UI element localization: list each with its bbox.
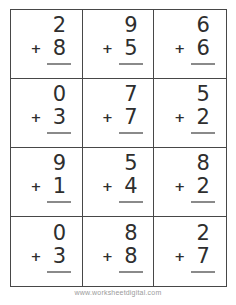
addition-problem: 2 + 7 <box>173 222 215 273</box>
plus-sign: + <box>29 110 42 125</box>
answer-blank <box>47 201 71 203</box>
answer-blank <box>191 271 215 273</box>
addend-top: 8 <box>119 222 143 245</box>
problem-cell-12: 2 + 7 <box>154 217 226 286</box>
answer-blank <box>191 201 215 203</box>
addend-bottom: 7 <box>119 106 143 129</box>
answer-blank <box>119 63 143 65</box>
answer-blank <box>119 132 143 134</box>
addition-problem: 5 + 2 <box>173 83 215 134</box>
plus-sign: + <box>173 249 186 264</box>
addend-bottom: 3 <box>47 106 71 129</box>
addition-problem: 0 + 3 <box>29 83 71 134</box>
watermark-url: www.worksheetdigital.com <box>0 289 236 296</box>
problem-cell-2: 9 + 5 <box>83 10 155 79</box>
answer-blank <box>47 271 71 273</box>
problem-cell-10: 0 + 3 <box>11 217 83 286</box>
plus-sign: + <box>101 179 114 194</box>
addition-problem: 5 + 4 <box>101 152 143 203</box>
addend-top: 5 <box>119 152 143 175</box>
addend-top: 5 <box>191 83 215 106</box>
problem-cell-5: 7 + 7 <box>83 79 155 148</box>
addition-problem: 8 + 8 <box>101 222 143 273</box>
problem-cell-7: 9 + 1 <box>11 148 83 217</box>
addend-top: 9 <box>119 14 143 37</box>
addend-top: 9 <box>47 152 71 175</box>
addend-top: 8 <box>191 152 215 175</box>
addend-bottom: 8 <box>119 245 143 268</box>
addition-problem: 0 + 3 <box>29 222 71 273</box>
plus-sign: + <box>29 179 42 194</box>
plus-sign: + <box>29 41 42 56</box>
answer-blank <box>119 201 143 203</box>
addend-bottom: 3 <box>47 245 71 268</box>
addend-top: 7 <box>119 83 143 106</box>
plus-sign: + <box>101 110 114 125</box>
addend-bottom: 2 <box>191 106 215 129</box>
addend-bottom: 8 <box>47 37 71 60</box>
problem-cell-6: 5 + 2 <box>154 79 226 148</box>
addition-problem: 6 + 6 <box>173 14 215 65</box>
answer-blank <box>191 63 215 65</box>
problem-cell-1: 2 + 8 <box>11 10 83 79</box>
addend-top: 2 <box>191 222 215 245</box>
problem-cell-3: 6 + 6 <box>154 10 226 79</box>
plus-sign: + <box>173 41 186 56</box>
addend-bottom: 5 <box>119 37 143 60</box>
problems-grid: 2 + 8 9 + 5 6 + 6 0 <box>10 9 227 287</box>
problem-cell-4: 0 + 3 <box>11 79 83 148</box>
addition-problem: 8 + 2 <box>173 152 215 203</box>
plus-sign: + <box>173 110 186 125</box>
plus-sign: + <box>173 179 186 194</box>
addend-bottom: 1 <box>47 175 71 198</box>
plus-sign: + <box>101 41 114 56</box>
addend-top: 6 <box>191 14 215 37</box>
answer-blank <box>47 132 71 134</box>
addend-top: 0 <box>47 222 71 245</box>
addend-top: 2 <box>47 14 71 37</box>
addend-bottom: 2 <box>191 175 215 198</box>
addend-bottom: 4 <box>119 175 143 198</box>
problem-cell-9: 8 + 2 <box>154 148 226 217</box>
worksheet-page: 2 + 8 9 + 5 6 + 6 0 <box>0 0 236 305</box>
addition-problem: 7 + 7 <box>101 83 143 134</box>
addition-problem: 9 + 1 <box>29 152 71 203</box>
addend-bottom: 7 <box>191 245 215 268</box>
answer-blank <box>47 63 71 65</box>
problem-cell-11: 8 + 8 <box>83 217 155 286</box>
answer-blank <box>119 271 143 273</box>
problem-cell-8: 5 + 4 <box>83 148 155 217</box>
answer-blank <box>191 132 215 134</box>
addition-problem: 9 + 5 <box>101 14 143 65</box>
addend-top: 0 <box>47 83 71 106</box>
addition-problem: 2 + 8 <box>29 14 71 65</box>
addend-bottom: 6 <box>191 37 215 60</box>
plus-sign: + <box>101 249 114 264</box>
plus-sign: + <box>29 249 42 264</box>
